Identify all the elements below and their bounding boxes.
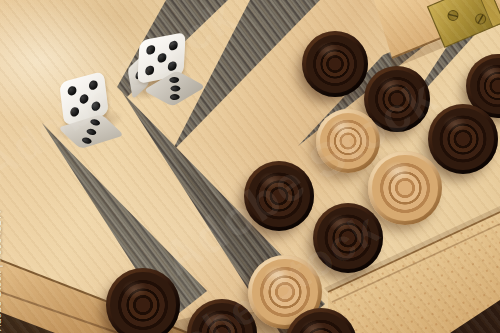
checker-dark[interactable] (428, 104, 498, 174)
die-pip-icon (168, 84, 182, 92)
checker-dark[interactable] (313, 203, 383, 273)
die-pip-icon (168, 76, 182, 84)
checker-dark[interactable] (244, 161, 314, 231)
die-pip-icon (88, 80, 98, 91)
die-pip-icon (67, 85, 77, 96)
die-pip-icon (157, 53, 166, 64)
checker-dark[interactable] (106, 268, 180, 333)
checker-dark[interactable] (187, 299, 257, 333)
die[interactable] (126, 34, 202, 110)
die-pip-icon (145, 65, 154, 76)
checker-light[interactable] (368, 151, 442, 225)
backgammon-photo: Adobe Stock Adobe Stock Adobe Stock Adob… (0, 0, 500, 333)
die-pip-icon (91, 100, 101, 111)
die-pip-icon (168, 40, 177, 51)
checker-light[interactable] (316, 109, 380, 173)
die-pip-icon (88, 119, 102, 127)
die-pip-icon (167, 61, 176, 72)
die-pip-icon (167, 93, 181, 101)
die-pip-icon (84, 128, 98, 136)
checker-dark[interactable] (302, 31, 368, 97)
die-pip-icon (70, 106, 80, 117)
die-pip-icon (79, 93, 89, 104)
die-pip-icon (146, 44, 155, 55)
die-pip-icon (80, 136, 94, 144)
pieces-layer (0, 0, 500, 333)
